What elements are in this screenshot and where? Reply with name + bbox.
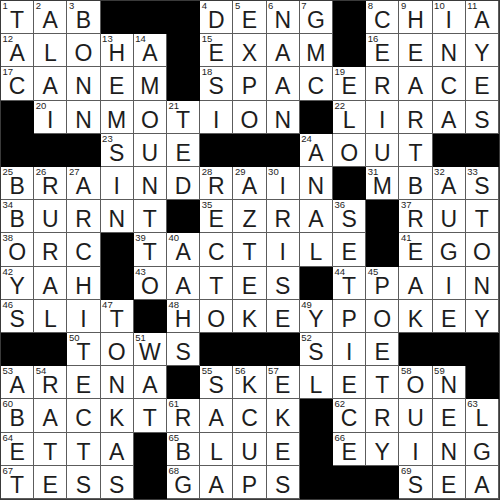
letter-cell-r3c7[interactable]: 18S <box>200 67 233 100</box>
letter-cell-r6c15[interactable]: 33S <box>466 167 499 200</box>
cell-letter: N <box>75 75 92 98</box>
letter-cell-r14c11[interactable]: 66E <box>333 433 366 466</box>
letter-cell-r14c2[interactable]: T <box>34 433 67 466</box>
cell-letter: E <box>209 42 224 65</box>
cell-letter: L <box>210 441 223 464</box>
letter-cell-r10c2[interactable]: L <box>34 300 67 333</box>
letter-cell-r3c1[interactable]: 17C <box>1 67 34 100</box>
letter-cell-r14c6[interactable]: 65B <box>167 433 200 466</box>
letter-cell-r6c10[interactable]: N <box>300 167 333 200</box>
cell-letter: R <box>208 175 225 198</box>
letter-cell-r13c15[interactable]: 63L <box>466 399 499 432</box>
clue-number: 58 <box>401 366 412 377</box>
cell-letter: M <box>107 109 126 132</box>
letter-cell-r14c12[interactable]: Y <box>366 433 399 466</box>
letter-cell-r12c3[interactable]: E <box>67 366 100 399</box>
letter-cell-r7c8[interactable]: Z <box>233 200 266 233</box>
letter-cell-r13c7[interactable]: A <box>200 399 233 432</box>
cell-letter: A <box>441 175 456 198</box>
letter-cell-r7c15[interactable]: T <box>466 200 499 233</box>
letter-cell-r5c10[interactable]: 24A <box>300 134 333 167</box>
letter-cell-r4c13[interactable]: R <box>399 101 432 134</box>
letter-cell-r10c8[interactable]: K <box>233 300 266 333</box>
clue-number: 57 <box>268 366 279 377</box>
black-cell-r12c15 <box>466 366 499 399</box>
letter-cell-r12c7[interactable]: 55S <box>200 366 233 399</box>
letter-cell-r7c14[interactable]: U <box>433 200 466 233</box>
letter-cell-r4c3[interactable]: N <box>67 101 100 134</box>
letter-cell-r6c14[interactable]: 32A <box>433 167 466 200</box>
cell-letter: R <box>42 374 59 397</box>
black-cell-r11c7 <box>200 333 233 366</box>
cell-letter: H <box>75 275 92 298</box>
letter-cell-r3c13[interactable]: A <box>399 67 432 100</box>
letter-cell-r11c11[interactable]: I <box>333 333 366 366</box>
letter-cell-r12c2[interactable]: 54R <box>34 366 67 399</box>
letter-cell-r7c4[interactable]: N <box>101 200 134 233</box>
letter-cell-r4c7[interactable]: I <box>200 101 233 134</box>
letter-cell-r10c7[interactable]: O <box>200 300 233 333</box>
clue-number: 10 <box>434 1 445 12</box>
letter-cell-r13c4[interactable]: K <box>101 399 134 432</box>
cell-letter: S <box>275 275 290 298</box>
letter-cell-r7c5[interactable]: T <box>134 200 167 233</box>
cell-letter: A <box>109 441 124 464</box>
cell-letter: E <box>441 474 456 497</box>
letter-cell-r12c12[interactable]: T <box>366 366 399 399</box>
cell-letter: A <box>9 42 24 65</box>
letter-cell-r15c9[interactable]: S <box>267 466 300 499</box>
cell-letter: L <box>310 374 323 397</box>
letter-cell-r4c6[interactable]: 21T <box>167 101 200 134</box>
letter-cell-r1c1[interactable]: 1T <box>1 1 34 34</box>
clue-number: 25 <box>3 167 14 178</box>
letter-cell-r2c8[interactable]: X <box>233 34 266 67</box>
cell-letter: N <box>75 109 92 132</box>
cell-letter: Y <box>375 441 390 464</box>
letter-cell-r13c11[interactable]: 62C <box>333 399 366 432</box>
cell-letter: A <box>408 275 423 298</box>
letter-cell-r4c15[interactable]: S <box>466 101 499 134</box>
letter-cell-r7c3[interactable]: R <box>67 200 100 233</box>
letter-cell-r6c5[interactable]: N <box>134 167 167 200</box>
cell-letter: O <box>141 109 159 132</box>
letter-cell-r12c1[interactable]: 53A <box>1 366 34 399</box>
cell-letter: E <box>242 275 257 298</box>
cell-letter: H <box>175 308 192 331</box>
cell-letter: A <box>142 374 157 397</box>
letter-cell-r3c11[interactable]: 19E <box>333 67 366 100</box>
letter-cell-r6c6[interactable]: D <box>167 167 200 200</box>
cell-letter: O <box>241 109 259 132</box>
letter-cell-r2c14[interactable]: N <box>433 34 466 67</box>
letter-cell-r1c14[interactable]: 10I <box>433 1 466 34</box>
letter-cell-r4c4[interactable]: M <box>101 101 134 134</box>
cell-letter: T <box>76 441 90 464</box>
cell-letter: Y <box>474 308 489 331</box>
clue-number: 37 <box>401 200 412 211</box>
clue-number: 4 <box>202 1 207 12</box>
letter-cell-r4c8[interactable]: O <box>233 101 266 134</box>
letter-cell-r10c3[interactable]: I <box>67 300 100 333</box>
cell-letter: B <box>175 441 190 464</box>
letter-cell-r8c9[interactable]: I <box>267 233 300 266</box>
letter-cell-r2c7[interactable]: 15E <box>200 34 233 67</box>
letter-cell-r13c12[interactable]: R <box>366 399 399 432</box>
letter-cell-r12c9[interactable]: 57E <box>267 366 300 399</box>
letter-cell-r2c10[interactable]: M <box>300 34 333 67</box>
clue-number: 56 <box>235 366 246 377</box>
letter-cell-r9c15[interactable]: N <box>466 267 499 300</box>
cell-letter: S <box>76 474 91 497</box>
letter-cell-r10c14[interactable]: E <box>433 300 466 333</box>
letter-cell-r14c8[interactable]: U <box>233 433 266 466</box>
clue-number: 2 <box>36 1 41 12</box>
cell-letter: T <box>110 308 124 331</box>
letter-cell-r9c11[interactable]: 44T <box>333 267 366 300</box>
letter-cell-r1c2[interactable]: 2A <box>34 1 67 34</box>
letter-cell-r10c9[interactable]: E <box>267 300 300 333</box>
letter-cell-r14c1[interactable]: 64E <box>1 433 34 466</box>
clue-number: 49 <box>301 300 312 311</box>
letter-cell-r13c6[interactable]: 61R <box>167 399 200 432</box>
letter-cell-r9c8[interactable]: E <box>233 267 266 300</box>
cell-letter: R <box>374 75 391 98</box>
letter-cell-r12c13[interactable]: 58O <box>399 366 432 399</box>
letter-cell-r15c7[interactable]: A <box>200 466 233 499</box>
letter-cell-r8c1[interactable]: 38O <box>1 233 34 266</box>
letter-cell-r2c9[interactable]: A <box>267 34 300 67</box>
letter-cell-r9c9[interactable]: S <box>267 267 300 300</box>
letter-cell-r6c13[interactable]: B <box>399 167 432 200</box>
letter-cell-r1c8[interactable]: 5E <box>233 1 266 34</box>
letter-cell-r3c14[interactable]: C <box>433 67 466 100</box>
clue-number: 33 <box>467 167 478 178</box>
cell-letter: A <box>474 9 489 32</box>
cell-letter: N <box>474 275 491 298</box>
letter-cell-r12c8[interactable]: 56K <box>233 366 266 399</box>
clue-number: 47 <box>102 300 113 311</box>
letter-cell-r15c8[interactable]: P <box>233 466 266 499</box>
letter-cell-r9c3[interactable]: H <box>67 267 100 300</box>
cell-letter: N <box>274 109 291 132</box>
letter-cell-r3c2[interactable]: A <box>34 67 67 100</box>
letter-cell-r6c8[interactable]: 29A <box>233 167 266 200</box>
letter-cell-r8c5[interactable]: 39T <box>134 233 167 266</box>
black-cell-r11c15 <box>466 333 499 366</box>
letter-cell-r8c7[interactable]: C <box>200 233 233 266</box>
letter-cell-r10c13[interactable]: K <box>399 300 432 333</box>
letter-cell-r13c2[interactable]: A <box>34 399 67 432</box>
letter-cell-r15c14[interactable]: E <box>433 466 466 499</box>
letter-cell-r2c4[interactable]: 13H <box>101 34 134 67</box>
cell-letter: T <box>408 142 422 165</box>
letter-cell-r8c10[interactable]: L <box>300 233 333 266</box>
cell-letter: C <box>9 75 26 98</box>
letter-cell-r6c7[interactable]: 28R <box>200 167 233 200</box>
cell-letter: N <box>308 175 325 198</box>
letter-cell-r13c13[interactable]: U <box>399 399 432 432</box>
cell-letter: L <box>476 407 489 430</box>
cell-letter: E <box>9 441 24 464</box>
letter-cell-r12c10[interactable]: L <box>300 366 333 399</box>
letter-cell-r6c9[interactable]: 30I <box>267 167 300 200</box>
cell-letter: S <box>474 175 489 198</box>
cell-letter: E <box>375 42 390 65</box>
cell-letter: B <box>408 175 423 198</box>
clue-number: 69 <box>401 466 412 477</box>
cell-letter: E <box>441 308 456 331</box>
letter-cell-r4c14[interactable]: A <box>433 101 466 134</box>
letter-cell-r9c12[interactable]: 45P <box>366 267 399 300</box>
cell-letter: R <box>407 109 424 132</box>
black-cell-r8c12 <box>366 233 399 266</box>
letter-cell-r9c5[interactable]: 43O <box>134 267 167 300</box>
cell-letter: N <box>142 175 159 198</box>
cell-letter: H <box>108 42 125 65</box>
black-cell-r1c4 <box>101 1 134 34</box>
letter-cell-r2c5[interactable]: 14A <box>134 34 167 67</box>
letter-cell-r9c14[interactable]: I <box>433 267 466 300</box>
clue-number: 17 <box>3 67 14 78</box>
cell-letter: G <box>473 441 491 464</box>
letter-cell-r8c13[interactable]: 41E <box>399 233 432 266</box>
black-cell-r9c4 <box>101 267 134 300</box>
letter-cell-r8c6[interactable]: 40A <box>167 233 200 266</box>
letter-cell-r10c12[interactable]: O <box>366 300 399 333</box>
black-cell-r15c12 <box>366 466 399 499</box>
letter-cell-r9c13[interactable]: A <box>399 267 432 300</box>
cell-letter: M <box>306 42 325 65</box>
black-cell-r3c6 <box>167 67 200 100</box>
clue-number: 66 <box>335 433 346 444</box>
letter-cell-r6c2[interactable]: 26R <box>34 167 67 200</box>
letter-cell-r10c15[interactable]: Y <box>466 300 499 333</box>
letter-cell-r15c13[interactable]: 69S <box>399 466 432 499</box>
letter-cell-r10c4[interactable]: 47T <box>101 300 134 333</box>
letter-cell-r9c2[interactable]: A <box>34 267 67 300</box>
letter-cell-r1c7[interactable]: 4D <box>200 1 233 34</box>
letter-cell-r14c15[interactable]: G <box>466 433 499 466</box>
black-cell-r1c5 <box>134 1 167 34</box>
letter-cell-r12c5[interactable]: A <box>134 366 167 399</box>
letter-cell-r11c6[interactable]: S <box>167 333 200 366</box>
letter-cell-r8c11[interactable]: E <box>333 233 366 266</box>
clue-number: 43 <box>135 267 146 278</box>
letter-cell-r1c15[interactable]: 11A <box>466 1 499 34</box>
letter-cell-r14c9[interactable]: E <box>267 433 300 466</box>
letter-cell-r11c4[interactable]: O <box>101 333 134 366</box>
letter-cell-r3c10[interactable]: C <box>300 67 333 100</box>
letter-cell-r15c3[interactable]: S <box>67 466 100 499</box>
letter-cell-r5c4[interactable]: 23S <box>101 134 134 167</box>
letter-cell-r3c3[interactable]: N <box>67 67 100 100</box>
cell-letter: B <box>9 175 24 198</box>
letter-cell-r7c10[interactable]: A <box>300 200 333 233</box>
letter-cell-r10c1[interactable]: 46S <box>1 300 34 333</box>
cell-letter: U <box>241 441 258 464</box>
letter-cell-r5c12[interactable]: U <box>366 134 399 167</box>
letter-cell-r10c10[interactable]: 49Y <box>300 300 333 333</box>
letter-cell-r8c15[interactable]: O <box>466 233 499 266</box>
cell-letter: S <box>109 474 124 497</box>
letter-cell-r9c1[interactable]: 42Y <box>1 267 34 300</box>
letter-cell-r13c9[interactable]: K <box>267 399 300 432</box>
cell-letter: T <box>375 374 389 397</box>
letter-cell-r3c12[interactable]: R <box>366 67 399 100</box>
cell-letter: A <box>43 275 58 298</box>
letter-cell-r12c4[interactable]: N <box>101 366 134 399</box>
cell-letter: A <box>242 175 257 198</box>
cell-letter: I <box>80 308 86 331</box>
letter-cell-r4c9[interactable]: N <box>267 101 300 134</box>
letter-cell-r4c12[interactable]: I <box>366 101 399 134</box>
black-cell-r11c8 <box>233 333 266 366</box>
cell-letter: S <box>209 374 224 397</box>
cell-letter: C <box>308 75 325 98</box>
cell-letter: U <box>440 208 457 231</box>
letter-cell-r7c9[interactable]: R <box>267 200 300 233</box>
letter-cell-r7c1[interactable]: 34B <box>1 200 34 233</box>
letter-cell-r11c5[interactable]: 51W <box>134 333 167 366</box>
black-cell-r11c2 <box>34 333 67 366</box>
cell-letter: S <box>474 109 489 132</box>
cell-letter: T <box>143 407 157 430</box>
cell-letter: A <box>474 474 489 497</box>
letter-cell-r7c2[interactable]: U <box>34 200 67 233</box>
black-cell-r5c9 <box>267 134 300 167</box>
cell-letter: G <box>307 9 325 32</box>
letter-cell-r2c12[interactable]: 16E <box>366 34 399 67</box>
letter-cell-r7c7[interactable]: 35E <box>200 200 233 233</box>
cell-letter: O <box>373 308 391 331</box>
letter-cell-r15c4[interactable]: S <box>101 466 134 499</box>
letter-cell-r2c2[interactable]: L <box>34 34 67 67</box>
letter-cell-r10c6[interactable]: 48H <box>167 300 200 333</box>
letter-cell-r10c11[interactable]: P <box>333 300 366 333</box>
letter-cell-r1c3[interactable]: 3B <box>67 1 100 34</box>
letter-cell-r4c2[interactable]: 20I <box>34 101 67 134</box>
letter-cell-r3c8[interactable]: P <box>233 67 266 100</box>
letter-cell-r6c4[interactable]: I <box>101 167 134 200</box>
letter-cell-r15c2[interactable]: E <box>34 466 67 499</box>
clue-number: 19 <box>335 67 346 78</box>
letter-cell-r13c5[interactable]: T <box>134 399 167 432</box>
letter-cell-r13c8[interactable]: C <box>233 399 266 432</box>
clue-number: 63 <box>467 399 478 410</box>
letter-cell-r14c3[interactable]: T <box>67 433 100 466</box>
clue-number: 8 <box>368 1 373 12</box>
letter-cell-r13c14[interactable]: E <box>433 399 466 432</box>
letter-cell-r1c13[interactable]: 9H <box>399 1 432 34</box>
cell-letter: E <box>275 441 290 464</box>
letter-cell-r2c15[interactable]: Y <box>466 34 499 67</box>
clue-number: 51 <box>135 333 146 344</box>
letter-cell-r3c15[interactable]: E <box>466 67 499 100</box>
letter-cell-r12c11[interactable]: E <box>333 366 366 399</box>
cell-letter: A <box>209 407 224 430</box>
letter-cell-r15c6[interactable]: 68G <box>167 466 200 499</box>
letter-cell-r6c12[interactable]: 31M <box>366 167 399 200</box>
letter-cell-r4c5[interactable]: O <box>134 101 167 134</box>
clue-number: 41 <box>401 233 412 244</box>
letter-cell-r1c10[interactable]: 7G <box>300 1 333 34</box>
letter-cell-r5c5[interactable]: U <box>134 134 167 167</box>
letter-cell-r11c12[interactable]: E <box>366 333 399 366</box>
letter-cell-r6c3[interactable]: 27A <box>67 167 100 200</box>
black-cell-r1c11 <box>333 1 366 34</box>
cell-letter: T <box>10 9 24 32</box>
cell-letter: K <box>242 374 257 397</box>
letter-cell-r13c3[interactable]: C <box>67 399 100 432</box>
letter-cell-r14c13[interactable]: I <box>399 433 432 466</box>
letter-cell-r15c1[interactable]: 67T <box>1 466 34 499</box>
letter-cell-r8c14[interactable]: G <box>433 233 466 266</box>
letter-cell-r14c7[interactable]: L <box>200 433 233 466</box>
clue-number: 42 <box>3 267 14 278</box>
letter-cell-r8c8[interactable]: T <box>233 233 266 266</box>
black-cell-r12c6 <box>167 366 200 399</box>
clue-number: 45 <box>368 267 379 278</box>
letter-cell-r4c11[interactable]: 22L <box>333 101 366 134</box>
cell-letter: T <box>76 341 90 364</box>
clue-number: 27 <box>69 167 80 178</box>
letter-cell-r2c1[interactable]: 12A <box>1 34 34 67</box>
black-cell-r15c5 <box>134 466 167 499</box>
letter-cell-r3c5[interactable]: M <box>134 67 167 100</box>
letter-cell-r1c9[interactable]: 6N <box>267 1 300 34</box>
cell-letter: T <box>475 208 489 231</box>
clue-number: 55 <box>202 366 213 377</box>
cell-letter: N <box>274 9 291 32</box>
letter-cell-r3c4[interactable]: E <box>101 67 134 100</box>
letter-cell-r3c9[interactable]: A <box>267 67 300 100</box>
cell-letter: T <box>143 208 157 231</box>
letter-cell-r8c3[interactable]: C <box>67 233 100 266</box>
cell-letter: E <box>109 75 124 98</box>
letter-cell-r5c11[interactable]: O <box>333 134 366 167</box>
cell-letter: A <box>209 474 224 497</box>
letter-cell-r14c4[interactable]: A <box>101 433 134 466</box>
letter-cell-r2c13[interactable]: E <box>399 34 432 67</box>
letter-cell-r15c15[interactable]: A <box>466 466 499 499</box>
clue-number: 9 <box>401 1 406 12</box>
letter-cell-r14c14[interactable]: N <box>433 433 466 466</box>
letter-cell-r9c7[interactable]: T <box>200 267 233 300</box>
cell-letter: S <box>308 341 323 364</box>
letter-cell-r9c6[interactable]: A <box>167 267 200 300</box>
black-cell-r5c15 <box>466 134 499 167</box>
letter-cell-r11c3[interactable]: 50T <box>67 333 100 366</box>
clue-number: 39 <box>135 233 146 244</box>
letter-cell-r6c1[interactable]: 25B <box>1 167 34 200</box>
cell-letter: A <box>142 42 157 65</box>
letter-cell-r7c13[interactable]: 37R <box>399 200 432 233</box>
letter-cell-r5c6[interactable]: E <box>167 134 200 167</box>
cell-letter: N <box>440 42 457 65</box>
letter-cell-r11c10[interactable]: 52S <box>300 333 333 366</box>
letter-cell-r1c12[interactable]: 8C <box>366 1 399 34</box>
letter-cell-r5c13[interactable]: T <box>399 134 432 167</box>
cell-letter: K <box>275 407 290 430</box>
letter-cell-r8c2[interactable]: R <box>34 233 67 266</box>
cell-letter: A <box>43 75 58 98</box>
clue-number: 30 <box>268 167 279 178</box>
letter-cell-r2c3[interactable]: O <box>67 34 100 67</box>
letter-cell-r13c1[interactable]: 60B <box>1 399 34 432</box>
letter-cell-r12c14[interactable]: 59N <box>433 366 466 399</box>
letter-cell-r7c11[interactable]: 36S <box>333 200 366 233</box>
